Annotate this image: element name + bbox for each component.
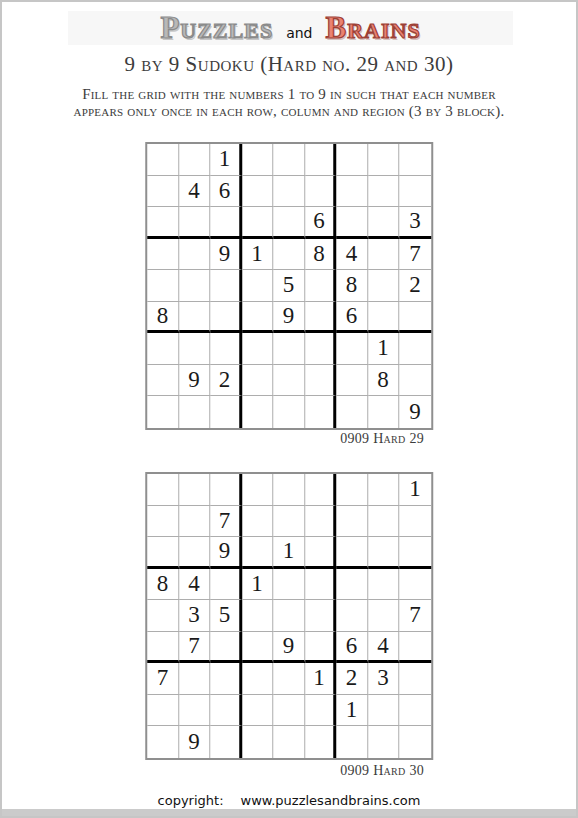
sudoku-cell-r2c2: 4	[179, 176, 211, 208]
sudoku-cell-r5c3: 5	[210, 600, 242, 632]
sudoku-cell-r1c8	[368, 474, 400, 506]
sudoku-cell-r7c5	[273, 663, 305, 695]
sudoku-cell-r1c7	[336, 144, 368, 176]
sudoku-cell-r5c5	[273, 600, 305, 632]
sudoku-cell-r8c7: 1	[336, 695, 368, 727]
sudoku-cell-r7c6: 1	[305, 663, 337, 695]
sudoku-cell-r2c5	[273, 176, 305, 208]
sudoku-cell-r2c9	[399, 506, 431, 538]
sudoku-cell-r4c1	[147, 239, 179, 271]
sudoku-cell-r6c8: 4	[368, 632, 400, 664]
sudoku-cell-r1c1	[147, 144, 179, 176]
logo-word-puzzles: Puzzles	[160, 11, 273, 45]
website-link[interactable]: www.puzzlesandbrains.com	[241, 793, 421, 808]
sudoku-cell-r7c6	[305, 333, 337, 365]
sudoku-cell-r7c7	[336, 333, 368, 365]
sudoku-cell-r2c9	[399, 176, 431, 208]
sudoku-cell-r3c7	[336, 207, 368, 239]
instructions: Fill the grid with the numbers 1 to 9 in…	[2, 86, 576, 120]
sudoku-cell-r9c1	[147, 396, 179, 428]
sudoku-cell-r2c2	[179, 506, 211, 538]
sudoku-cell-r3c7	[336, 537, 368, 569]
sudoku-cell-r3c9: 3	[399, 207, 431, 239]
sudoku-cell-r8c9	[399, 365, 431, 397]
sudoku-cell-r5c9: 7	[399, 600, 431, 632]
sudoku-cell-r1c4	[242, 144, 274, 176]
sudoku-cell-r5c8	[368, 270, 400, 302]
instruction-line-2: appears only once in each row, column an…	[2, 103, 576, 120]
sudoku-cell-r1c7	[336, 474, 368, 506]
sudoku-cell-r2c8	[368, 176, 400, 208]
sudoku-cell-r8c2	[179, 695, 211, 727]
sudoku-cell-r7c8: 1	[368, 333, 400, 365]
sudoku-cell-r7c1: 7	[147, 663, 179, 695]
sudoku-cell-r6c4	[242, 302, 274, 334]
sudoku-cell-r4c9: 7	[399, 239, 431, 271]
sudoku-cell-r1c1	[147, 474, 179, 506]
sudoku-cell-r9c7	[336, 726, 368, 758]
sudoku-cell-r7c3	[210, 333, 242, 365]
sudoku-cell-r8c4	[242, 695, 274, 727]
sudoku-cell-r7c4	[242, 663, 274, 695]
sudoku-cell-r6c5: 9	[273, 632, 305, 664]
sudoku-cell-r5c4	[242, 600, 274, 632]
sudoku-cell-r1c2	[179, 144, 211, 176]
sudoku-cell-r7c1	[147, 333, 179, 365]
sudoku-cell-r4c7	[336, 569, 368, 601]
sudoku-cell-r1c6	[305, 474, 337, 506]
sudoku-cell-r9c2: 9	[179, 726, 211, 758]
sudoku-cell-r2c4	[242, 506, 274, 538]
sudoku-cell-r9c5	[273, 396, 305, 428]
sudoku-cell-r5c6	[305, 600, 337, 632]
sudoku-cell-r8c5	[273, 365, 305, 397]
sudoku-cell-r3c3	[210, 207, 242, 239]
sudoku-cell-r8c9	[399, 695, 431, 727]
sudoku-cell-r2c3: 7	[210, 506, 242, 538]
sudoku-cell-r6c3	[210, 632, 242, 664]
sudoku-cell-r4c8	[368, 569, 400, 601]
sudoku-cell-r1c4	[242, 474, 274, 506]
sudoku-cell-r5c2: 3	[179, 600, 211, 632]
sudoku-cell-r3c8	[368, 207, 400, 239]
sudoku-cell-r2c1	[147, 176, 179, 208]
puzzle-label-hard-30: 0909 Hard 30	[224, 763, 424, 779]
sudoku-cell-r1c8	[368, 144, 400, 176]
sudoku-grid-hard-30: 17918413577964712319	[145, 472, 433, 760]
sudoku-cell-r6c6	[305, 302, 337, 334]
sudoku-cell-r1c5	[273, 144, 305, 176]
sudoku-cell-r3c3: 9	[210, 537, 242, 569]
sudoku-cell-r2c1	[147, 506, 179, 538]
sudoku-cell-r9c8	[368, 726, 400, 758]
sudoku-cell-r9c2	[179, 396, 211, 428]
sudoku-cell-r6c2	[179, 302, 211, 334]
sudoku-cell-r8c2: 9	[179, 365, 211, 397]
sudoku-cell-r7c7: 2	[336, 663, 368, 695]
sudoku-cell-r5c1	[147, 270, 179, 302]
sudoku-cell-r8c1	[147, 365, 179, 397]
bottom-strip	[2, 809, 576, 816]
sudoku-cell-r2c5	[273, 506, 305, 538]
sudoku-cell-r7c4	[242, 333, 274, 365]
sudoku-cell-r9c6	[305, 396, 337, 428]
sudoku-cell-r7c2	[179, 663, 211, 695]
sudoku-cell-r9c4	[242, 396, 274, 428]
sudoku-cell-r5c7	[336, 600, 368, 632]
sudoku-cell-r2c3: 6	[210, 176, 242, 208]
sudoku-cell-r2c6	[305, 176, 337, 208]
sudoku-cell-r5c6	[305, 270, 337, 302]
sudoku-cell-r9c9	[399, 726, 431, 758]
sudoku-cell-r4c8	[368, 239, 400, 271]
sudoku-cell-r6c1	[147, 632, 179, 664]
sudoku-cell-r4c3: 9	[210, 239, 242, 271]
sudoku-cell-r9c9: 9	[399, 396, 431, 428]
sudoku-cell-r1c3	[210, 474, 242, 506]
sudoku-cell-r4c9	[399, 569, 431, 601]
sudoku-cell-r3c6: 6	[305, 207, 337, 239]
sudoku-cell-r4c6	[305, 569, 337, 601]
sudoku-cell-r7c9	[399, 663, 431, 695]
sudoku-cell-r8c8	[368, 695, 400, 727]
sudoku-cell-r6c5: 9	[273, 302, 305, 334]
sudoku-cell-r5c3	[210, 270, 242, 302]
sudoku-cell-r9c6	[305, 726, 337, 758]
sudoku-cell-r5c8	[368, 600, 400, 632]
instruction-line-1: Fill the grid with the numbers 1 to 9 in…	[2, 86, 576, 103]
sudoku-cell-r3c6	[305, 537, 337, 569]
sudoku-cell-r1c3: 1	[210, 144, 242, 176]
sudoku-cell-r2c8	[368, 506, 400, 538]
sudoku-cell-r2c6	[305, 506, 337, 538]
sudoku-cell-r8c7	[336, 365, 368, 397]
sudoku-cell-r9c1	[147, 726, 179, 758]
sudoku-cell-r8c3: 2	[210, 365, 242, 397]
sudoku-cell-r8c4	[242, 365, 274, 397]
sudoku-cell-r3c8	[368, 537, 400, 569]
sudoku-cell-r7c9	[399, 333, 431, 365]
sudoku-cell-r3c5: 1	[273, 537, 305, 569]
sudoku-cell-r1c9	[399, 144, 431, 176]
sudoku-cell-r8c6	[305, 695, 337, 727]
sudoku-cell-r9c5	[273, 726, 305, 758]
sudoku-cell-r4c4: 1	[242, 569, 274, 601]
sudoku-cell-r6c8	[368, 302, 400, 334]
sudoku-cell-r5c4	[242, 270, 274, 302]
sudoku-cell-r5c9: 2	[399, 270, 431, 302]
puzzle-label-hard-29: 0909 Hard 29	[224, 431, 424, 447]
sudoku-cell-r3c2	[179, 537, 211, 569]
sudoku-cell-r5c7: 8	[336, 270, 368, 302]
sudoku-cell-r1c9: 1	[399, 474, 431, 506]
sudoku-cell-r6c3	[210, 302, 242, 334]
sudoku-cell-r8c3	[210, 695, 242, 727]
sudoku-cell-r3c2	[179, 207, 211, 239]
sudoku-cell-r3c9	[399, 537, 431, 569]
sudoku-cell-r4c2	[179, 239, 211, 271]
sudoku-cell-r8c1	[147, 695, 179, 727]
sudoku-cell-r1c6	[305, 144, 337, 176]
sudoku-cell-r6c9	[399, 632, 431, 664]
sudoku-cell-r5c5: 5	[273, 270, 305, 302]
sudoku-cell-r6c9	[399, 302, 431, 334]
sudoku-cell-r9c7	[336, 396, 368, 428]
sudoku-cell-r3c4	[242, 537, 274, 569]
sudoku-cell-r1c5	[273, 474, 305, 506]
sudoku-cell-r9c3	[210, 726, 242, 758]
sudoku-cell-r3c1	[147, 207, 179, 239]
puzzle-page: PuzzlesandBrains 9 by 9 Sudoku (Hard no.…	[0, 0, 578, 818]
sudoku-cell-r8c5	[273, 695, 305, 727]
sudoku-cell-r4c3	[210, 569, 242, 601]
sudoku-cell-r4c1: 8	[147, 569, 179, 601]
sudoku-cell-r3c4	[242, 207, 274, 239]
sudoku-cell-r7c3	[210, 663, 242, 695]
sudoku-cell-r3c1	[147, 537, 179, 569]
sudoku-cell-r6c2: 7	[179, 632, 211, 664]
sudoku-cell-r4c2: 4	[179, 569, 211, 601]
sudoku-cell-r7c5	[273, 333, 305, 365]
sudoku-cell-r6c6	[305, 632, 337, 664]
footer: copyright:www.puzzlesandbrains.com	[2, 793, 576, 808]
sudoku-cell-r4c6: 8	[305, 239, 337, 271]
sudoku-cell-r6c7: 6	[336, 302, 368, 334]
sudoku-cell-r9c8	[368, 396, 400, 428]
sudoku-cell-r4c4: 1	[242, 239, 274, 271]
sudoku-cell-r3c5	[273, 207, 305, 239]
logo-word-and: and	[286, 16, 312, 50]
sudoku-cell-r4c5	[273, 239, 305, 271]
sudoku-cell-r8c6	[305, 365, 337, 397]
sudoku-cell-r4c7: 4	[336, 239, 368, 271]
page-title: 9 by 9 Sudoku (Hard no. 29 and 30)	[2, 52, 576, 77]
sudoku-cell-r4c5	[273, 569, 305, 601]
sudoku-cell-r2c4	[242, 176, 274, 208]
sudoku-cell-r5c1	[147, 600, 179, 632]
sudoku-cell-r7c8: 3	[368, 663, 400, 695]
sudoku-cell-r2c7	[336, 176, 368, 208]
sudoku-cell-r8c8: 8	[368, 365, 400, 397]
sudoku-cell-r1c2	[179, 474, 211, 506]
sudoku-cell-r6c4	[242, 632, 274, 664]
copyright-label: copyright:	[158, 793, 224, 808]
sudoku-cell-r2c7	[336, 506, 368, 538]
sudoku-cell-r6c1: 8	[147, 302, 179, 334]
logo-word-brains: Brains	[325, 11, 420, 45]
sudoku-cell-r7c2	[179, 333, 211, 365]
sudoku-cell-r5c2	[179, 270, 211, 302]
site-logo: PuzzlesandBrains	[68, 11, 513, 45]
sudoku-cell-r9c3	[210, 396, 242, 428]
sudoku-grid-hard-29: 146639184758289619289	[145, 142, 433, 430]
sudoku-cell-r6c7: 6	[336, 632, 368, 664]
sudoku-cell-r9c4	[242, 726, 274, 758]
